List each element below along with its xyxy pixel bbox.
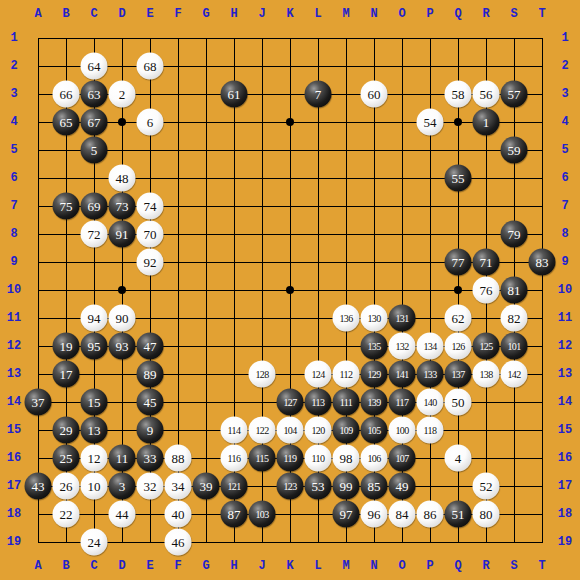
- hoshi-point: [454, 118, 462, 126]
- move-number: 129: [367, 369, 380, 379]
- white-stone-move-44: 44: [109, 501, 136, 528]
- move-number: 39: [200, 480, 213, 493]
- row-label-right: 1: [561, 31, 568, 45]
- move-number: 34: [172, 480, 185, 493]
- black-stone-move-135: 135: [361, 333, 388, 360]
- white-stone-move-142: 142: [501, 361, 528, 388]
- row-label-right: 15: [558, 423, 572, 437]
- row-label-right: 17: [558, 479, 572, 493]
- move-number: 122: [255, 425, 268, 435]
- white-stone-move-126: 126: [445, 333, 472, 360]
- row-label-left: 10: [7, 283, 21, 297]
- column-label-bottom: A: [34, 559, 41, 573]
- white-stone-move-138: 138: [473, 361, 500, 388]
- move-number: 76: [480, 284, 493, 297]
- row-label-right: 16: [558, 451, 572, 465]
- column-label-top: S: [510, 7, 517, 21]
- move-number: 94: [88, 312, 101, 325]
- column-label-bottom: K: [286, 559, 293, 573]
- white-stone-move-54: 54: [417, 109, 444, 136]
- black-stone-move-47: 47: [137, 333, 164, 360]
- black-stone-move-125: 125: [473, 333, 500, 360]
- row-label-right: 18: [558, 507, 572, 521]
- column-label-top: Q: [454, 7, 461, 21]
- white-stone-move-136: 136: [333, 305, 360, 332]
- move-number: 107: [395, 453, 408, 463]
- move-number: 33: [144, 452, 157, 465]
- white-stone-move-140: 140: [417, 389, 444, 416]
- move-number: 83: [536, 256, 549, 269]
- white-stone-move-118: 118: [417, 417, 444, 444]
- white-stone-move-66: 66: [53, 81, 80, 108]
- move-number: 100: [395, 425, 408, 435]
- column-label-bottom: R: [482, 559, 489, 573]
- row-label-right: 8: [561, 227, 568, 241]
- black-stone-move-115: 115: [249, 445, 276, 472]
- move-number: 4: [455, 452, 462, 465]
- column-label-bottom: E: [146, 559, 153, 573]
- white-stone-move-130: 130: [361, 305, 388, 332]
- move-number: 106: [367, 453, 380, 463]
- move-number: 75: [60, 200, 73, 213]
- move-number: 142: [507, 369, 520, 379]
- black-stone-move-3: 3: [109, 473, 136, 500]
- column-label-top: C: [90, 7, 97, 21]
- row-label-right: 9: [561, 255, 568, 269]
- move-number: 124: [311, 369, 324, 379]
- move-number: 69: [88, 200, 101, 213]
- column-label-top: M: [342, 7, 349, 21]
- white-stone-move-64: 64: [81, 53, 108, 80]
- move-number: 90: [116, 312, 129, 325]
- white-stone-move-116: 116: [221, 445, 248, 472]
- black-stone-move-141: 141: [389, 361, 416, 388]
- black-stone-move-75: 75: [53, 193, 80, 220]
- row-label-left: 2: [10, 59, 17, 73]
- white-stone-move-88: 88: [165, 445, 192, 472]
- black-stone-move-49: 49: [389, 473, 416, 500]
- move-number: 52: [480, 480, 493, 493]
- move-number: 114: [228, 425, 241, 435]
- move-number: 93: [116, 340, 129, 353]
- black-stone-move-127: 127: [277, 389, 304, 416]
- row-label-left: 13: [7, 367, 21, 381]
- white-stone-move-80: 80: [473, 501, 500, 528]
- black-stone-move-7: 7: [305, 81, 332, 108]
- move-number: 88: [172, 452, 185, 465]
- column-label-bottom: P: [426, 559, 433, 573]
- white-stone-move-68: 68: [137, 53, 164, 80]
- column-label-top: N: [370, 7, 377, 21]
- black-stone-move-37: 37: [25, 389, 52, 416]
- column-label-top: E: [146, 7, 153, 21]
- move-number: 140: [423, 397, 436, 407]
- move-number: 59: [508, 144, 521, 157]
- column-label-top: J: [258, 7, 265, 21]
- black-stone-move-103: 103: [249, 501, 276, 528]
- move-number: 80: [480, 508, 493, 521]
- black-stone-move-99: 99: [333, 473, 360, 500]
- white-stone-move-2: 2: [109, 81, 136, 108]
- move-number: 112: [340, 369, 353, 379]
- row-label-left: 1: [10, 31, 17, 45]
- white-stone-move-132: 132: [389, 333, 416, 360]
- row-label-right: 13: [558, 367, 572, 381]
- move-number: 3: [119, 480, 126, 493]
- column-label-top: T: [538, 7, 545, 21]
- move-number: 109: [339, 425, 352, 435]
- move-number: 137: [451, 369, 464, 379]
- grid-horizontal-line: [38, 542, 543, 543]
- move-number: 98: [340, 452, 353, 465]
- move-number: 45: [144, 396, 157, 409]
- white-stone-move-56: 56: [473, 81, 500, 108]
- black-stone-move-83: 83: [529, 249, 556, 276]
- move-number: 67: [88, 116, 101, 129]
- move-number: 92: [144, 256, 157, 269]
- white-stone-move-32: 32: [137, 473, 164, 500]
- move-number: 25: [60, 452, 73, 465]
- black-stone-move-129: 129: [361, 361, 388, 388]
- black-stone-move-33: 33: [137, 445, 164, 472]
- move-number: 54: [424, 116, 437, 129]
- white-stone-move-98: 98: [333, 445, 360, 472]
- white-stone-move-100: 100: [389, 417, 416, 444]
- black-stone-move-113: 113: [305, 389, 332, 416]
- move-number: 121: [227, 481, 240, 491]
- column-label-bottom: O: [398, 559, 405, 573]
- black-stone-move-29: 29: [53, 417, 80, 444]
- white-stone-move-110: 110: [305, 445, 332, 472]
- move-number: 131: [395, 313, 408, 323]
- black-stone-move-55: 55: [445, 165, 472, 192]
- move-number: 7: [315, 88, 322, 101]
- move-number: 74: [144, 200, 157, 213]
- column-label-bottom: S: [510, 559, 517, 573]
- move-number: 10: [88, 480, 101, 493]
- move-number: 22: [60, 508, 73, 521]
- row-label-left: 6: [10, 171, 17, 185]
- hoshi-point: [286, 286, 294, 294]
- black-stone-move-43: 43: [25, 473, 52, 500]
- black-stone-move-15: 15: [81, 389, 108, 416]
- white-stone-move-46: 46: [165, 529, 192, 556]
- move-number: 13: [88, 424, 101, 437]
- black-stone-move-133: 133: [417, 361, 444, 388]
- black-stone-move-53: 53: [305, 473, 332, 500]
- move-number: 117: [396, 397, 409, 407]
- move-number: 70: [144, 228, 157, 241]
- column-label-top: P: [426, 7, 433, 21]
- move-number: 99: [340, 480, 353, 493]
- black-stone-move-5: 5: [81, 137, 108, 164]
- move-number: 95: [88, 340, 101, 353]
- white-stone-move-72: 72: [81, 221, 108, 248]
- row-label-left: 16: [7, 451, 21, 465]
- move-number: 132: [395, 341, 408, 351]
- move-number: 32: [144, 480, 157, 493]
- move-number: 65: [60, 116, 73, 129]
- black-stone-move-69: 69: [81, 193, 108, 220]
- white-stone-move-84: 84: [389, 501, 416, 528]
- move-number: 128: [255, 369, 268, 379]
- column-label-bottom: T: [538, 559, 545, 573]
- move-number: 82: [508, 312, 521, 325]
- white-stone-move-12: 12: [81, 445, 108, 472]
- move-number: 15: [88, 396, 101, 409]
- move-number: 48: [116, 172, 129, 185]
- move-number: 86: [424, 508, 437, 521]
- black-stone-move-25: 25: [53, 445, 80, 472]
- black-stone-move-111: 111: [333, 389, 360, 416]
- black-stone-move-19: 19: [53, 333, 80, 360]
- column-label-bottom: Q: [454, 559, 461, 573]
- white-stone-move-82: 82: [501, 305, 528, 332]
- black-stone-move-137: 137: [445, 361, 472, 388]
- move-number: 9: [147, 424, 154, 437]
- black-stone-move-57: 57: [501, 81, 528, 108]
- black-stone-move-67: 67: [81, 109, 108, 136]
- white-stone-move-106: 106: [361, 445, 388, 472]
- move-number: 84: [396, 508, 409, 521]
- black-stone-move-9: 9: [137, 417, 164, 444]
- move-number: 55: [452, 172, 465, 185]
- white-stone-move-124: 124: [305, 361, 332, 388]
- move-number: 64: [88, 60, 101, 73]
- black-stone-move-71: 71: [473, 249, 500, 276]
- row-label-left: 14: [7, 395, 21, 409]
- white-stone-move-94: 94: [81, 305, 108, 332]
- row-label-right: 10: [558, 283, 572, 297]
- move-number: 43: [32, 480, 45, 493]
- white-stone-move-104: 104: [277, 417, 304, 444]
- row-label-right: 4: [561, 115, 568, 129]
- white-stone-move-74: 74: [137, 193, 164, 220]
- move-number: 66: [60, 88, 73, 101]
- black-stone-move-11: 11: [109, 445, 136, 472]
- move-number: 50: [452, 396, 465, 409]
- move-number: 120: [311, 425, 324, 435]
- move-number: 81: [508, 284, 521, 297]
- black-stone-move-123: 123: [277, 473, 304, 500]
- column-label-bottom: G: [202, 559, 209, 573]
- column-label-top: O: [398, 7, 405, 21]
- move-number: 141: [395, 369, 408, 379]
- move-number: 62: [452, 312, 465, 325]
- black-stone-move-79: 79: [501, 221, 528, 248]
- move-number: 87: [228, 508, 241, 521]
- white-stone-move-96: 96: [361, 501, 388, 528]
- move-number: 97: [340, 508, 353, 521]
- move-number: 85: [368, 480, 381, 493]
- black-stone-move-89: 89: [137, 361, 164, 388]
- column-label-bottom: D: [118, 559, 125, 573]
- white-stone-move-60: 60: [361, 81, 388, 108]
- move-number: 24: [88, 536, 101, 549]
- black-stone-move-63: 63: [81, 81, 108, 108]
- row-label-left: 9: [10, 255, 17, 269]
- move-number: 130: [367, 313, 380, 323]
- hoshi-point: [118, 118, 126, 126]
- row-label-right: 11: [558, 311, 572, 325]
- move-number: 136: [339, 313, 352, 323]
- row-label-left: 3: [10, 87, 17, 101]
- move-number: 40: [172, 508, 185, 521]
- white-stone-move-26: 26: [53, 473, 80, 500]
- row-label-right: 14: [558, 395, 572, 409]
- column-label-bottom: L: [314, 559, 321, 573]
- black-stone-move-117: 117: [389, 389, 416, 416]
- move-number: 53: [312, 480, 325, 493]
- move-number: 89: [144, 368, 157, 381]
- white-stone-move-90: 90: [109, 305, 136, 332]
- white-stone-move-24: 24: [81, 529, 108, 556]
- move-number: 126: [451, 341, 464, 351]
- move-number: 2: [119, 88, 126, 101]
- column-label-top: B: [62, 7, 69, 21]
- move-number: 58: [452, 88, 465, 101]
- black-stone-move-101: 101: [501, 333, 528, 360]
- hoshi-point: [454, 286, 462, 294]
- move-number: 44: [116, 508, 129, 521]
- move-number: 116: [228, 453, 241, 463]
- row-label-left: 4: [10, 115, 17, 129]
- column-label-top: A: [34, 7, 41, 21]
- black-stone-move-109: 109: [333, 417, 360, 444]
- move-number: 91: [116, 228, 129, 241]
- row-label-right: 7: [561, 199, 568, 213]
- move-number: 68: [144, 60, 157, 73]
- black-stone-move-97: 97: [333, 501, 360, 528]
- move-number: 79: [508, 228, 521, 241]
- black-stone-move-93: 93: [109, 333, 136, 360]
- move-number: 111: [340, 397, 352, 407]
- row-label-right: 19: [558, 535, 572, 549]
- move-number: 47: [144, 340, 157, 353]
- row-label-left: 8: [10, 227, 17, 241]
- column-label-bottom: J: [258, 559, 265, 573]
- move-number: 57: [508, 88, 521, 101]
- move-number: 104: [283, 425, 296, 435]
- white-stone-move-70: 70: [137, 221, 164, 248]
- move-number: 72: [88, 228, 101, 241]
- column-label-bottom: N: [370, 559, 377, 573]
- go-board: AABBCCDDEEFFGGHHJJKKLLMMNNOOPPQQRRSSTT11…: [0, 0, 580, 580]
- white-stone-move-22: 22: [53, 501, 80, 528]
- move-number: 105: [367, 425, 380, 435]
- row-label-right: 5: [561, 143, 568, 157]
- row-label-right: 3: [561, 87, 568, 101]
- move-number: 125: [479, 341, 492, 351]
- black-stone-move-13: 13: [81, 417, 108, 444]
- go-diagram-page: { "game": "go", "diagram_type": "numbere…: [0, 0, 580, 580]
- move-number: 101: [507, 341, 520, 351]
- column-label-top: L: [314, 7, 321, 21]
- move-number: 138: [479, 369, 492, 379]
- white-stone-move-52: 52: [473, 473, 500, 500]
- row-label-left: 11: [7, 311, 21, 325]
- black-stone-move-139: 139: [361, 389, 388, 416]
- move-number: 61: [228, 88, 241, 101]
- column-label-top: D: [118, 7, 125, 21]
- hoshi-point: [118, 286, 126, 294]
- white-stone-move-92: 92: [137, 249, 164, 276]
- move-number: 113: [312, 397, 325, 407]
- move-number: 63: [88, 88, 101, 101]
- move-number: 37: [32, 396, 45, 409]
- move-number: 118: [424, 425, 437, 435]
- black-stone-move-105: 105: [361, 417, 388, 444]
- move-number: 77: [452, 256, 465, 269]
- column-label-top: G: [202, 7, 209, 21]
- row-label-left: 15: [7, 423, 21, 437]
- move-number: 119: [284, 453, 297, 463]
- black-stone-move-59: 59: [501, 137, 528, 164]
- column-label-bottom: F: [174, 559, 181, 573]
- black-stone-move-73: 73: [109, 193, 136, 220]
- move-number: 17: [60, 368, 73, 381]
- move-number: 11: [116, 452, 129, 465]
- column-label-top: R: [482, 7, 489, 21]
- white-stone-move-128: 128: [249, 361, 276, 388]
- move-number: 51: [452, 508, 465, 521]
- row-label-right: 6: [561, 171, 568, 185]
- white-stone-move-40: 40: [165, 501, 192, 528]
- move-number: 29: [60, 424, 73, 437]
- column-label-top: K: [286, 7, 293, 21]
- column-label-bottom: H: [230, 559, 237, 573]
- move-number: 73: [116, 200, 129, 213]
- row-label-left: 12: [7, 339, 21, 353]
- white-stone-move-6: 6: [137, 109, 164, 136]
- column-label-bottom: M: [342, 559, 349, 573]
- move-number: 56: [480, 88, 493, 101]
- move-number: 26: [60, 480, 73, 493]
- column-label-bottom: C: [90, 559, 97, 573]
- move-number: 12: [88, 452, 101, 465]
- move-number: 96: [368, 508, 381, 521]
- move-number: 135: [367, 341, 380, 351]
- black-stone-move-91: 91: [109, 221, 136, 248]
- white-stone-move-120: 120: [305, 417, 332, 444]
- white-stone-move-112: 112: [333, 361, 360, 388]
- black-stone-move-131: 131: [389, 305, 416, 332]
- black-stone-move-95: 95: [81, 333, 108, 360]
- black-stone-move-121: 121: [221, 473, 248, 500]
- move-number: 5: [91, 144, 98, 157]
- row-label-left: 18: [7, 507, 21, 521]
- black-stone-move-1: 1: [473, 109, 500, 136]
- black-stone-move-87: 87: [221, 501, 248, 528]
- white-stone-move-48: 48: [109, 165, 136, 192]
- black-stone-move-39: 39: [193, 473, 220, 500]
- white-stone-move-62: 62: [445, 305, 472, 332]
- move-number: 71: [480, 256, 493, 269]
- black-stone-move-107: 107: [389, 445, 416, 472]
- row-label-left: 5: [10, 143, 17, 157]
- move-number: 6: [147, 116, 154, 129]
- black-stone-move-85: 85: [361, 473, 388, 500]
- move-number: 127: [283, 397, 296, 407]
- grid-vertical-line: [542, 38, 543, 543]
- move-number: 133: [423, 369, 436, 379]
- black-stone-move-77: 77: [445, 249, 472, 276]
- black-stone-move-65: 65: [53, 109, 80, 136]
- column-label-top: F: [174, 7, 181, 21]
- white-stone-move-58: 58: [445, 81, 472, 108]
- move-number: 1: [483, 116, 490, 129]
- black-stone-move-51: 51: [445, 501, 472, 528]
